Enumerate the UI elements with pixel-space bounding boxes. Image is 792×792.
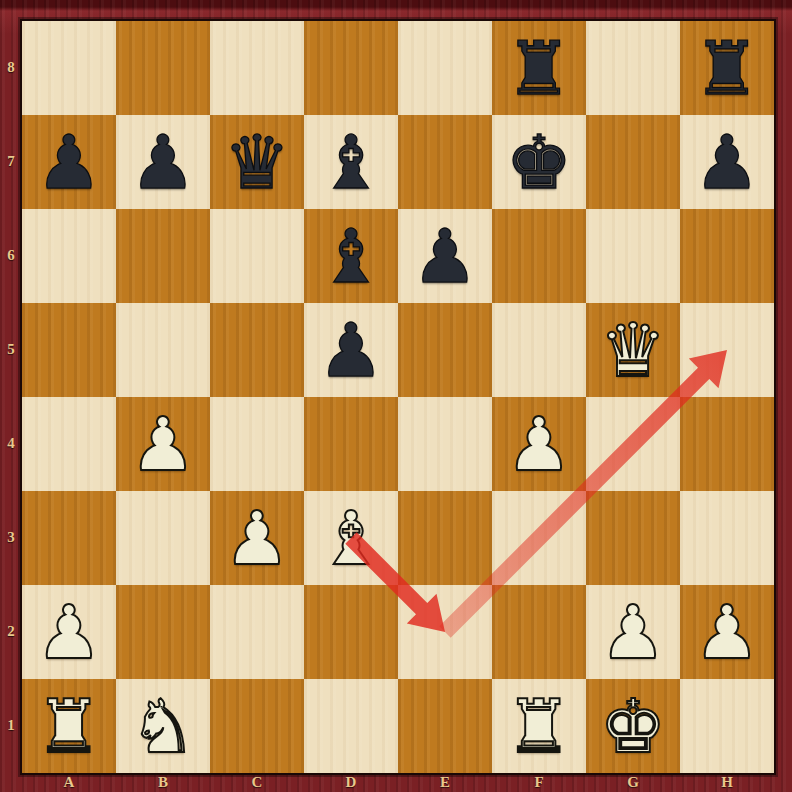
square-d3[interactable]: ♝: [304, 491, 398, 585]
square-c8[interactable]: [210, 21, 304, 115]
file-label-c: C: [210, 772, 304, 792]
square-h3[interactable]: [680, 491, 774, 585]
square-g4[interactable]: [586, 397, 680, 491]
white-rook[interactable]: ♜: [36, 679, 102, 773]
square-a6[interactable]: [22, 209, 116, 303]
square-d7[interactable]: ♝: [304, 115, 398, 209]
black-king[interactable]: ♚: [506, 115, 572, 209]
file-label-b: B: [116, 772, 210, 792]
square-c2[interactable]: [210, 585, 304, 679]
white-pawn[interactable]: ♟: [694, 585, 760, 679]
black-rook[interactable]: ♜: [506, 21, 572, 115]
square-c7[interactable]: ♛: [210, 115, 304, 209]
square-b5[interactable]: [116, 303, 210, 397]
square-g5[interactable]: ♛: [586, 303, 680, 397]
square-g1[interactable]: ♚: [586, 679, 680, 773]
square-g6[interactable]: [586, 209, 680, 303]
square-b8[interactable]: [116, 21, 210, 115]
square-e5[interactable]: [398, 303, 492, 397]
white-pawn[interactable]: ♟: [224, 491, 290, 585]
square-c5[interactable]: [210, 303, 304, 397]
square-e3[interactable]: [398, 491, 492, 585]
square-h2[interactable]: ♟: [680, 585, 774, 679]
square-d5[interactable]: ♟: [304, 303, 398, 397]
black-pawn[interactable]: ♟: [130, 115, 196, 209]
square-c3[interactable]: ♟: [210, 491, 304, 585]
square-a3[interactable]: [22, 491, 116, 585]
rank-label-3: 3: [0, 529, 22, 546]
black-pawn[interactable]: ♟: [318, 303, 384, 397]
rank-label-1: 1: [0, 717, 22, 734]
file-label-h: H: [680, 772, 774, 792]
square-b3[interactable]: [116, 491, 210, 585]
square-a4[interactable]: [22, 397, 116, 491]
square-a1[interactable]: ♜: [22, 679, 116, 773]
file-label-e: E: [398, 772, 492, 792]
chess-board[interactable]: ♜♜♟♟♛♝♚♟♝♟♟♛♟♟♟♝♟♟♟♜♞♜♚: [22, 21, 774, 773]
square-c6[interactable]: [210, 209, 304, 303]
white-pawn[interactable]: ♟: [36, 585, 102, 679]
square-d6[interactable]: ♝: [304, 209, 398, 303]
square-f8[interactable]: ♜: [492, 21, 586, 115]
square-f1[interactable]: ♜: [492, 679, 586, 773]
white-king[interactable]: ♚: [600, 679, 666, 773]
square-g2[interactable]: ♟: [586, 585, 680, 679]
square-d4[interactable]: [304, 397, 398, 491]
black-bishop[interactable]: ♝: [318, 115, 384, 209]
square-a8[interactable]: [22, 21, 116, 115]
square-e2[interactable]: [398, 585, 492, 679]
square-h7[interactable]: ♟: [680, 115, 774, 209]
square-e1[interactable]: [398, 679, 492, 773]
square-h6[interactable]: [680, 209, 774, 303]
rank-label-6: 6: [0, 247, 22, 264]
file-label-f: F: [492, 772, 586, 792]
white-pawn[interactable]: ♟: [506, 397, 572, 491]
white-knight[interactable]: ♞: [130, 679, 196, 773]
black-pawn[interactable]: ♟: [36, 115, 102, 209]
rank-label-2: 2: [0, 623, 22, 640]
chess-board-frame: ♜♜♟♟♛♝♚♟♝♟♟♛♟♟♟♝♟♟♟♜♞♜♚ 87654321ABCDEFGH: [0, 0, 792, 792]
black-queen[interactable]: ♛: [224, 115, 290, 209]
square-h1[interactable]: [680, 679, 774, 773]
square-c1[interactable]: [210, 679, 304, 773]
square-b4[interactable]: ♟: [116, 397, 210, 491]
square-b1[interactable]: ♞: [116, 679, 210, 773]
square-a5[interactable]: [22, 303, 116, 397]
square-f6[interactable]: [492, 209, 586, 303]
square-h5[interactable]: [680, 303, 774, 397]
file-label-g: G: [586, 772, 680, 792]
rank-label-8: 8: [0, 59, 22, 76]
square-f5[interactable]: [492, 303, 586, 397]
black-bishop[interactable]: ♝: [318, 209, 384, 303]
square-g8[interactable]: [586, 21, 680, 115]
rank-label-4: 4: [0, 435, 22, 452]
black-pawn[interactable]: ♟: [694, 115, 760, 209]
square-e7[interactable]: [398, 115, 492, 209]
file-label-a: A: [22, 772, 116, 792]
square-b6[interactable]: [116, 209, 210, 303]
square-c4[interactable]: [210, 397, 304, 491]
square-d1[interactable]: [304, 679, 398, 773]
square-f4[interactable]: ♟: [492, 397, 586, 491]
black-pawn[interactable]: ♟: [412, 209, 478, 303]
square-b2[interactable]: [116, 585, 210, 679]
rank-label-7: 7: [0, 153, 22, 170]
square-g7[interactable]: [586, 115, 680, 209]
file-label-d: D: [304, 772, 398, 792]
square-b7[interactable]: ♟: [116, 115, 210, 209]
square-f3[interactable]: [492, 491, 586, 585]
square-e6[interactable]: ♟: [398, 209, 492, 303]
square-d8[interactable]: [304, 21, 398, 115]
square-a7[interactable]: ♟: [22, 115, 116, 209]
square-f7[interactable]: ♚: [492, 115, 586, 209]
square-a2[interactable]: ♟: [22, 585, 116, 679]
white-bishop[interactable]: ♝: [318, 491, 384, 585]
square-f2[interactable]: [492, 585, 586, 679]
square-e4[interactable]: [398, 397, 492, 491]
white-pawn[interactable]: ♟: [130, 397, 196, 491]
black-rook[interactable]: ♜: [694, 21, 760, 115]
white-queen[interactable]: ♛: [600, 303, 666, 397]
square-e8[interactable]: [398, 21, 492, 115]
square-d2[interactable]: [304, 585, 398, 679]
square-g3[interactable]: [586, 491, 680, 585]
square-h4[interactable]: [680, 397, 774, 491]
white-rook[interactable]: ♜: [506, 679, 572, 773]
rank-label-5: 5: [0, 341, 22, 358]
square-h8[interactable]: ♜: [680, 21, 774, 115]
white-pawn[interactable]: ♟: [600, 585, 666, 679]
